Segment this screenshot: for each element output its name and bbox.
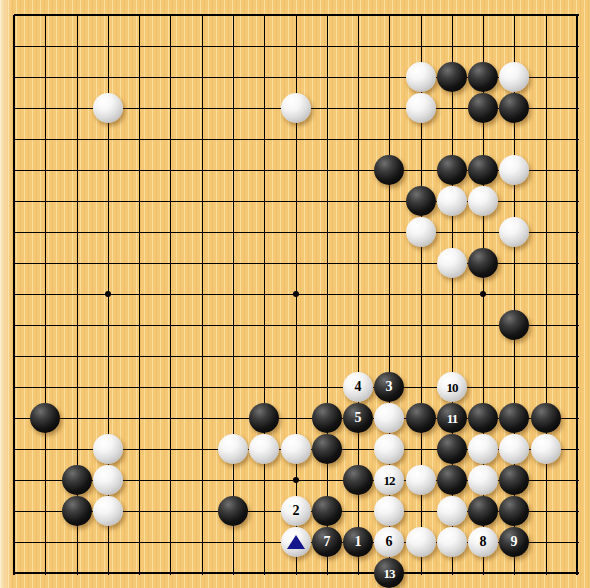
stone-black[interactable] bbox=[468, 93, 498, 123]
grid-line-horizontal bbox=[14, 356, 579, 357]
stone-black[interactable]: 13 bbox=[374, 558, 404, 588]
stone-black[interactable]: 5 bbox=[343, 403, 373, 433]
stone-white[interactable] bbox=[499, 62, 529, 92]
grid-line-horizontal bbox=[14, 387, 579, 388]
grid-line-vertical bbox=[170, 15, 171, 575]
stone-white[interactable]: 2 bbox=[281, 496, 311, 526]
move-number-label: 2 bbox=[293, 504, 300, 518]
move-number-label: 1 bbox=[355, 535, 362, 549]
stone-black[interactable]: 1 bbox=[343, 527, 373, 557]
stone-white[interactable] bbox=[499, 434, 529, 464]
stone-white[interactable] bbox=[499, 155, 529, 185]
stone-white[interactable] bbox=[218, 434, 248, 464]
stone-black[interactable]: 9 bbox=[499, 527, 529, 557]
stone-black[interactable] bbox=[30, 403, 60, 433]
stone-black[interactable] bbox=[437, 62, 467, 92]
stone-white[interactable] bbox=[468, 434, 498, 464]
grid-line-vertical bbox=[13, 15, 15, 575]
move-number-label: 4 bbox=[355, 380, 362, 394]
move-number-label: 3 bbox=[386, 380, 393, 394]
stone-black[interactable] bbox=[499, 496, 529, 526]
grid-line-vertical bbox=[202, 15, 203, 575]
stone-black[interactable] bbox=[499, 465, 529, 495]
grid-line-vertical bbox=[546, 15, 547, 575]
grid-line-horizontal bbox=[14, 325, 579, 326]
stone-white[interactable] bbox=[406, 62, 436, 92]
stone-white[interactable]: 10 bbox=[437, 372, 467, 402]
stone-black[interactable] bbox=[437, 434, 467, 464]
go-board[interactable]: 43105111227168913 bbox=[0, 0, 590, 588]
stone-black[interactable] bbox=[468, 62, 498, 92]
stone-black[interactable]: 11 bbox=[437, 403, 467, 433]
stone-white[interactable] bbox=[468, 465, 498, 495]
stone-white[interactable] bbox=[437, 186, 467, 216]
move-number-label: 5 bbox=[355, 411, 362, 425]
stone-black[interactable] bbox=[499, 403, 529, 433]
star-point bbox=[480, 291, 486, 297]
move-number-label: 13 bbox=[384, 567, 395, 580]
stone-black[interactable] bbox=[312, 434, 342, 464]
stone-white[interactable] bbox=[93, 93, 123, 123]
stone-black[interactable] bbox=[499, 310, 529, 340]
stone-black[interactable] bbox=[499, 93, 529, 123]
grid-line-vertical bbox=[45, 15, 46, 575]
stone-black[interactable] bbox=[437, 465, 467, 495]
grid-line-vertical bbox=[233, 15, 234, 575]
stone-white[interactable]: 12 bbox=[374, 465, 404, 495]
stone-black[interactable] bbox=[437, 155, 467, 185]
stone-white[interactable]: 4 bbox=[343, 372, 373, 402]
grid-line-vertical bbox=[264, 15, 265, 575]
stone-white[interactable] bbox=[93, 496, 123, 526]
stone-black[interactable] bbox=[468, 403, 498, 433]
move-number-label: 8 bbox=[480, 535, 487, 549]
stone-black[interactable]: 7 bbox=[312, 527, 342, 557]
star-point bbox=[293, 477, 299, 483]
stone-black[interactable] bbox=[249, 403, 279, 433]
stone-black[interactable] bbox=[406, 186, 436, 216]
stone-white[interactable] bbox=[437, 527, 467, 557]
stone-black[interactable] bbox=[531, 403, 561, 433]
stone-white[interactable]: 8 bbox=[468, 527, 498, 557]
stone-white[interactable] bbox=[437, 496, 467, 526]
move-number-label: 7 bbox=[324, 535, 331, 549]
grid-line-vertical bbox=[139, 15, 140, 575]
triangle-mark-icon bbox=[287, 535, 305, 549]
move-number-label: 11 bbox=[447, 412, 457, 425]
stone-white[interactable] bbox=[374, 403, 404, 433]
stone-white[interactable]: 6 bbox=[374, 527, 404, 557]
stone-white[interactable] bbox=[406, 217, 436, 247]
stone-white[interactable] bbox=[374, 434, 404, 464]
grid-line-vertical bbox=[327, 15, 328, 575]
star-point bbox=[105, 291, 111, 297]
stone-black[interactable]: 3 bbox=[374, 372, 404, 402]
stone-black[interactable] bbox=[62, 496, 92, 526]
stone-white[interactable] bbox=[406, 465, 436, 495]
stone-black[interactable] bbox=[312, 496, 342, 526]
stone-black[interactable] bbox=[468, 248, 498, 278]
stone-black[interactable] bbox=[62, 465, 92, 495]
stone-white[interactable] bbox=[468, 186, 498, 216]
stone-white[interactable] bbox=[281, 527, 311, 557]
stone-white[interactable] bbox=[281, 434, 311, 464]
stone-black[interactable] bbox=[374, 155, 404, 185]
stone-white[interactable] bbox=[499, 217, 529, 247]
stone-white[interactable] bbox=[406, 527, 436, 557]
star-point bbox=[293, 291, 299, 297]
stone-black[interactable] bbox=[343, 465, 373, 495]
stone-black[interactable] bbox=[406, 403, 436, 433]
move-number-label: 9 bbox=[511, 535, 518, 549]
grid-line-horizontal bbox=[14, 572, 579, 574]
move-number-label: 10 bbox=[447, 381, 458, 394]
stone-white[interactable] bbox=[93, 465, 123, 495]
move-number-label: 6 bbox=[386, 535, 393, 549]
stone-black[interactable] bbox=[312, 403, 342, 433]
stone-white[interactable] bbox=[531, 434, 561, 464]
stone-white[interactable] bbox=[93, 434, 123, 464]
move-number-label: 12 bbox=[384, 474, 395, 487]
stone-white[interactable] bbox=[406, 93, 436, 123]
stone-white[interactable] bbox=[437, 248, 467, 278]
stone-white[interactable] bbox=[281, 93, 311, 123]
stone-black[interactable] bbox=[468, 496, 498, 526]
stone-white[interactable] bbox=[249, 434, 279, 464]
grid-line-vertical bbox=[576, 15, 578, 575]
stone-black[interactable] bbox=[218, 496, 248, 526]
stone-black[interactable] bbox=[468, 155, 498, 185]
stone-white[interactable] bbox=[374, 496, 404, 526]
